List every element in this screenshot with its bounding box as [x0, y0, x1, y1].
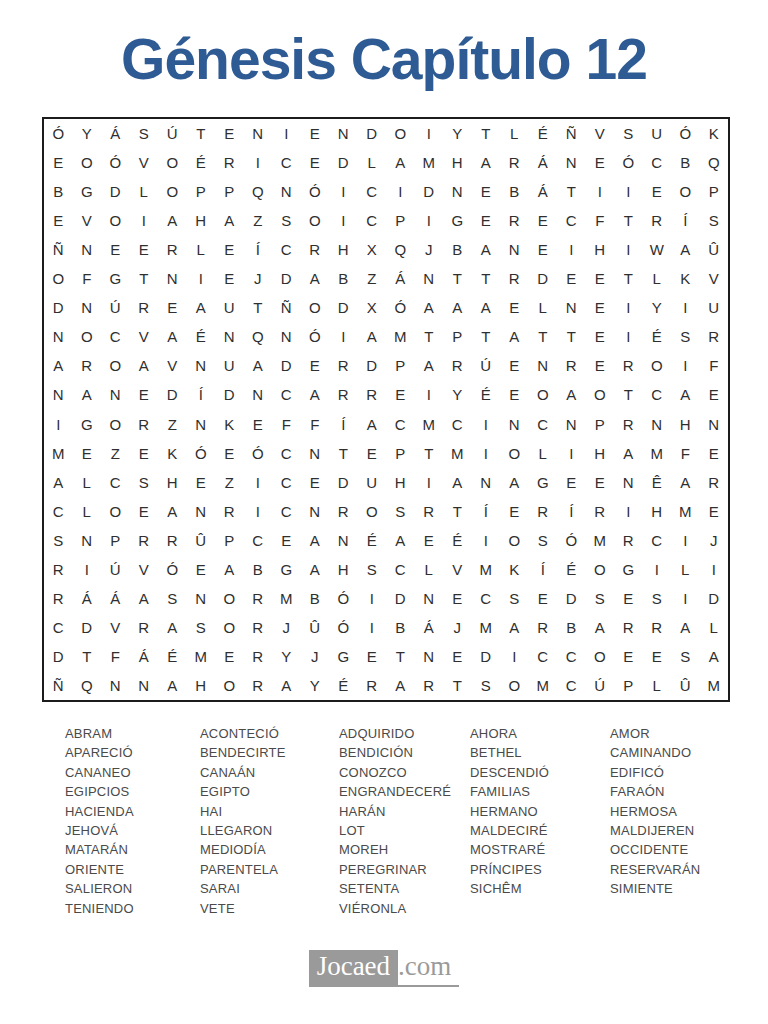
- grid-cell-r9c21[interactable]: R: [614, 351, 643, 380]
- grid-cell-r4c11[interactable]: I: [329, 206, 358, 235]
- grid-cell-r8c14[interactable]: T: [415, 322, 444, 351]
- grid-cell-r3c16[interactable]: E: [472, 177, 501, 206]
- grid-cell-r17c21[interactable]: E: [614, 584, 643, 613]
- grid-cell-r15c2[interactable]: N: [73, 526, 102, 555]
- grid-cell-r11c10[interactable]: F: [301, 409, 330, 438]
- grid-cell-r10c21[interactable]: T: [614, 380, 643, 409]
- grid-cell-r9c19[interactable]: R: [557, 351, 586, 380]
- grid-cell-r12c8[interactable]: Ó: [244, 439, 273, 468]
- grid-cell-r19c6[interactable]: M: [187, 642, 216, 671]
- grid-cell-r13c4[interactable]: S: [130, 468, 159, 497]
- grid-cell-r5c13[interactable]: Q: [386, 235, 415, 264]
- grid-cell-r18c10[interactable]: Û: [301, 613, 330, 642]
- grid-cell-r6c4[interactable]: T: [130, 264, 159, 293]
- grid-cell-r15c20[interactable]: M: [586, 526, 615, 555]
- grid-cell-r18c15[interactable]: J: [443, 613, 472, 642]
- grid-cell-r17c9[interactable]: M: [272, 584, 301, 613]
- grid-cell-r4c5[interactable]: A: [158, 206, 187, 235]
- grid-cell-r18c18[interactable]: R: [529, 613, 558, 642]
- grid-cell-r3c12[interactable]: C: [358, 177, 387, 206]
- grid-cell-r8c8[interactable]: Q: [244, 322, 273, 351]
- grid-cell-r2c9[interactable]: C: [272, 148, 301, 177]
- grid-cell-r2c18[interactable]: Á: [529, 148, 558, 177]
- grid-cell-r18c14[interactable]: Á: [415, 613, 444, 642]
- grid-cell-r20c4[interactable]: N: [130, 671, 159, 700]
- grid-cell-r6c18[interactable]: D: [529, 264, 558, 293]
- grid-cell-r8c6[interactable]: É: [187, 322, 216, 351]
- grid-cell-r8c2[interactable]: O: [73, 322, 102, 351]
- grid-cell-r19c13[interactable]: T: [386, 642, 415, 671]
- grid-cell-r6c12[interactable]: Z: [358, 264, 387, 293]
- grid-cell-r14c19[interactable]: Í: [557, 497, 586, 526]
- grid-cell-r4c13[interactable]: P: [386, 206, 415, 235]
- grid-cell-r1c22[interactable]: U: [643, 119, 672, 148]
- grid-cell-r5c6[interactable]: L: [187, 235, 216, 264]
- grid-cell-r18c2[interactable]: D: [73, 613, 102, 642]
- grid-cell-r4c12[interactable]: C: [358, 206, 387, 235]
- grid-cell-r14c16[interactable]: Í: [472, 497, 501, 526]
- grid-cell-r7c6[interactable]: A: [187, 293, 216, 322]
- grid-cell-r18c20[interactable]: A: [586, 613, 615, 642]
- grid-cell-r10c18[interactable]: O: [529, 380, 558, 409]
- grid-cell-r2c22[interactable]: C: [643, 148, 672, 177]
- grid-cell-r10c3[interactable]: N: [101, 380, 130, 409]
- grid-cell-r4c23[interactable]: Í: [671, 206, 700, 235]
- grid-cell-r3c7[interactable]: P: [215, 177, 244, 206]
- grid-cell-r13c12[interactable]: U: [358, 468, 387, 497]
- grid-cell-r12c6[interactable]: Ó: [187, 439, 216, 468]
- grid-cell-r4c14[interactable]: I: [415, 206, 444, 235]
- grid-cell-r13c13[interactable]: H: [386, 468, 415, 497]
- grid-cell-r4c7[interactable]: A: [215, 206, 244, 235]
- grid-cell-r14c24[interactable]: E: [700, 497, 729, 526]
- grid-cell-r1c20[interactable]: V: [586, 119, 615, 148]
- grid-cell-r19c12[interactable]: E: [358, 642, 387, 671]
- grid-cell-r1c6[interactable]: T: [187, 119, 216, 148]
- grid-cell-r20c1[interactable]: Ñ: [44, 671, 73, 700]
- grid-cell-r11c14[interactable]: M: [415, 409, 444, 438]
- grid-cell-r16c5[interactable]: Ó: [158, 555, 187, 584]
- grid-cell-r15c10[interactable]: A: [301, 526, 330, 555]
- grid-cell-r14c5[interactable]: A: [158, 497, 187, 526]
- grid-cell-r5c14[interactable]: J: [415, 235, 444, 264]
- grid-cell-r8c10[interactable]: Ó: [301, 322, 330, 351]
- grid-cell-r14c18[interactable]: R: [529, 497, 558, 526]
- grid-cell-r7c19[interactable]: N: [557, 293, 586, 322]
- grid-cell-r2c15[interactable]: H: [443, 148, 472, 177]
- grid-cell-r15c13[interactable]: A: [386, 526, 415, 555]
- grid-cell-r14c3[interactable]: O: [101, 497, 130, 526]
- grid-cell-r13c5[interactable]: H: [158, 468, 187, 497]
- grid-cell-r17c20[interactable]: S: [586, 584, 615, 613]
- grid-cell-r12c3[interactable]: Z: [101, 439, 130, 468]
- grid-cell-r19c20[interactable]: O: [586, 642, 615, 671]
- grid-cell-r13c24[interactable]: R: [700, 468, 729, 497]
- grid-cell-r1c3[interactable]: Á: [101, 119, 130, 148]
- grid-cell-r20c15[interactable]: T: [443, 671, 472, 700]
- grid-cell-r19c4[interactable]: Á: [130, 642, 159, 671]
- grid-cell-r13c16[interactable]: N: [472, 468, 501, 497]
- grid-cell-r1c18[interactable]: É: [529, 119, 558, 148]
- grid-cell-r12c23[interactable]: F: [671, 439, 700, 468]
- grid-cell-r9c15[interactable]: R: [443, 351, 472, 380]
- grid-cell-r11c20[interactable]: P: [586, 409, 615, 438]
- grid-cell-r12c13[interactable]: P: [386, 439, 415, 468]
- grid-cell-r19c22[interactable]: E: [643, 642, 672, 671]
- grid-cell-r13c14[interactable]: I: [415, 468, 444, 497]
- grid-cell-r3c11[interactable]: I: [329, 177, 358, 206]
- grid-cell-r4c20[interactable]: F: [586, 206, 615, 235]
- grid-cell-r17c12[interactable]: I: [358, 584, 387, 613]
- grid-cell-r9c10[interactable]: E: [301, 351, 330, 380]
- grid-cell-r8c12[interactable]: A: [358, 322, 387, 351]
- grid-cell-r14c8[interactable]: I: [244, 497, 273, 526]
- grid-cell-r9c12[interactable]: D: [358, 351, 387, 380]
- grid-cell-r11c23[interactable]: H: [671, 409, 700, 438]
- grid-cell-r18c5[interactable]: A: [158, 613, 187, 642]
- grid-cell-r2c23[interactable]: B: [671, 148, 700, 177]
- grid-cell-r7c22[interactable]: Y: [643, 293, 672, 322]
- grid-cell-r15c6[interactable]: Û: [187, 526, 216, 555]
- grid-cell-r6c9[interactable]: D: [272, 264, 301, 293]
- grid-cell-r16c19[interactable]: É: [557, 555, 586, 584]
- grid-cell-r5c24[interactable]: Û: [700, 235, 729, 264]
- grid-cell-r16c23[interactable]: L: [671, 555, 700, 584]
- grid-cell-r13c17[interactable]: A: [500, 468, 529, 497]
- grid-cell-r19c21[interactable]: E: [614, 642, 643, 671]
- grid-cell-r4c22[interactable]: R: [643, 206, 672, 235]
- grid-cell-r16c10[interactable]: A: [301, 555, 330, 584]
- grid-cell-r10c24[interactable]: E: [700, 380, 729, 409]
- grid-cell-r7c4[interactable]: R: [130, 293, 159, 322]
- grid-cell-r8c16[interactable]: T: [472, 322, 501, 351]
- grid-cell-r6c10[interactable]: A: [301, 264, 330, 293]
- grid-cell-r4c1[interactable]: E: [44, 206, 73, 235]
- grid-cell-r13c9[interactable]: C: [272, 468, 301, 497]
- grid-cell-r4c8[interactable]: Z: [244, 206, 273, 235]
- grid-cell-r6c3[interactable]: G: [101, 264, 130, 293]
- grid-cell-r3c14[interactable]: D: [415, 177, 444, 206]
- grid-cell-r3c9[interactable]: N: [272, 177, 301, 206]
- grid-cell-r15c5[interactable]: R: [158, 526, 187, 555]
- grid-cell-r20c12[interactable]: R: [358, 671, 387, 700]
- grid-cell-r9c17[interactable]: E: [500, 351, 529, 380]
- grid-cell-r2c4[interactable]: V: [130, 148, 159, 177]
- grid-cell-r4c10[interactable]: O: [301, 206, 330, 235]
- grid-cell-r15c11[interactable]: N: [329, 526, 358, 555]
- grid-cell-r2c5[interactable]: O: [158, 148, 187, 177]
- grid-cell-r9c24[interactable]: F: [700, 351, 729, 380]
- grid-cell-r12c4[interactable]: E: [130, 439, 159, 468]
- grid-cell-r20c23[interactable]: Û: [671, 671, 700, 700]
- grid-cell-r15c23[interactable]: I: [671, 526, 700, 555]
- grid-cell-r12c24[interactable]: E: [700, 439, 729, 468]
- grid-cell-r8c19[interactable]: T: [557, 322, 586, 351]
- grid-cell-r18c7[interactable]: O: [215, 613, 244, 642]
- grid-cell-r7c14[interactable]: A: [415, 293, 444, 322]
- grid-cell-r2c11[interactable]: D: [329, 148, 358, 177]
- grid-cell-r3c5[interactable]: O: [158, 177, 187, 206]
- grid-cell-r5c23[interactable]: A: [671, 235, 700, 264]
- grid-cell-r7c9[interactable]: Ñ: [272, 293, 301, 322]
- grid-cell-r8c7[interactable]: N: [215, 322, 244, 351]
- grid-cell-r1c12[interactable]: D: [358, 119, 387, 148]
- grid-cell-r20c24[interactable]: M: [700, 671, 729, 700]
- grid-cell-r11c19[interactable]: N: [557, 409, 586, 438]
- grid-cell-r11c3[interactable]: O: [101, 409, 130, 438]
- grid-cell-r9c18[interactable]: N: [529, 351, 558, 380]
- grid-cell-r2c3[interactable]: Ó: [101, 148, 130, 177]
- grid-cell-r13c21[interactable]: N: [614, 468, 643, 497]
- grid-cell-r15c21[interactable]: R: [614, 526, 643, 555]
- grid-cell-r9c14[interactable]: A: [415, 351, 444, 380]
- grid-cell-r8c13[interactable]: M: [386, 322, 415, 351]
- grid-cell-r1c7[interactable]: E: [215, 119, 244, 148]
- grid-cell-r3c19[interactable]: T: [557, 177, 586, 206]
- grid-cell-r16c18[interactable]: Í: [529, 555, 558, 584]
- grid-cell-r4c17[interactable]: R: [500, 206, 529, 235]
- grid-cell-r16c12[interactable]: S: [358, 555, 387, 584]
- grid-cell-r10c8[interactable]: N: [244, 380, 273, 409]
- grid-cell-r14c9[interactable]: C: [272, 497, 301, 526]
- grid-cell-r7c16[interactable]: A: [472, 293, 501, 322]
- grid-cell-r19c7[interactable]: E: [215, 642, 244, 671]
- grid-cell-r10c5[interactable]: D: [158, 380, 187, 409]
- grid-cell-r2c7[interactable]: R: [215, 148, 244, 177]
- grid-cell-r11c9[interactable]: F: [272, 409, 301, 438]
- grid-cell-r18c19[interactable]: B: [557, 613, 586, 642]
- grid-cell-r6c6[interactable]: I: [187, 264, 216, 293]
- grid-cell-r20c17[interactable]: O: [500, 671, 529, 700]
- grid-cell-r1c8[interactable]: N: [244, 119, 273, 148]
- grid-cell-r6c15[interactable]: T: [443, 264, 472, 293]
- grid-cell-r3c10[interactable]: Ó: [301, 177, 330, 206]
- grid-cell-r7c15[interactable]: A: [443, 293, 472, 322]
- grid-cell-r2c13[interactable]: A: [386, 148, 415, 177]
- grid-cell-r4c2[interactable]: V: [73, 206, 102, 235]
- grid-cell-r19c1[interactable]: D: [44, 642, 73, 671]
- grid-cell-r13c19[interactable]: E: [557, 468, 586, 497]
- grid-cell-r6c24[interactable]: V: [700, 264, 729, 293]
- grid-cell-r6c20[interactable]: E: [586, 264, 615, 293]
- grid-cell-r12c18[interactable]: L: [529, 439, 558, 468]
- grid-cell-r13c3[interactable]: C: [101, 468, 130, 497]
- grid-cell-r4c16[interactable]: E: [472, 206, 501, 235]
- grid-cell-r7c1[interactable]: D: [44, 293, 73, 322]
- grid-cell-r5c22[interactable]: W: [643, 235, 672, 264]
- grid-cell-r18c12[interactable]: I: [358, 613, 387, 642]
- grid-cell-r16c11[interactable]: H: [329, 555, 358, 584]
- grid-cell-r5c2[interactable]: N: [73, 235, 102, 264]
- grid-cell-r5c15[interactable]: B: [443, 235, 472, 264]
- grid-cell-r17c10[interactable]: B: [301, 584, 330, 613]
- grid-cell-r7c3[interactable]: Ú: [101, 293, 130, 322]
- grid-cell-r7c8[interactable]: T: [244, 293, 273, 322]
- grid-cell-r19c11[interactable]: G: [329, 642, 358, 671]
- grid-cell-r13c18[interactable]: G: [529, 468, 558, 497]
- grid-cell-r19c10[interactable]: J: [301, 642, 330, 671]
- grid-cell-r1c1[interactable]: Ó: [44, 119, 73, 148]
- grid-cell-r8c5[interactable]: A: [158, 322, 187, 351]
- grid-cell-r7c20[interactable]: E: [586, 293, 615, 322]
- grid-cell-r9c20[interactable]: E: [586, 351, 615, 380]
- grid-cell-r4c15[interactable]: G: [443, 206, 472, 235]
- grid-cell-r7c18[interactable]: L: [529, 293, 558, 322]
- grid-cell-r5c21[interactable]: I: [614, 235, 643, 264]
- grid-cell-r8c17[interactable]: A: [500, 322, 529, 351]
- grid-cell-r12c20[interactable]: H: [586, 439, 615, 468]
- grid-cell-r7c13[interactable]: Ó: [386, 293, 415, 322]
- grid-cell-r8c1[interactable]: N: [44, 322, 73, 351]
- grid-cell-r9c9[interactable]: D: [272, 351, 301, 380]
- grid-cell-r10c7[interactable]: D: [215, 380, 244, 409]
- grid-cell-r11c17[interactable]: N: [500, 409, 529, 438]
- grid-cell-r16c15[interactable]: V: [443, 555, 472, 584]
- grid-cell-r17c6[interactable]: N: [187, 584, 216, 613]
- grid-cell-r16c8[interactable]: B: [244, 555, 273, 584]
- grid-cell-r7c10[interactable]: O: [301, 293, 330, 322]
- grid-cell-r3c15[interactable]: N: [443, 177, 472, 206]
- grid-cell-r3c13[interactable]: I: [386, 177, 415, 206]
- grid-cell-r3c3[interactable]: D: [101, 177, 130, 206]
- grid-cell-r10c11[interactable]: R: [329, 380, 358, 409]
- grid-cell-r7c5[interactable]: E: [158, 293, 187, 322]
- grid-cell-r17c24[interactable]: D: [700, 584, 729, 613]
- site-logo[interactable]: Jocaed.com: [309, 950, 460, 987]
- grid-cell-r3c6[interactable]: P: [187, 177, 216, 206]
- grid-cell-r14c23[interactable]: M: [671, 497, 700, 526]
- grid-cell-r10c9[interactable]: C: [272, 380, 301, 409]
- grid-cell-r17c23[interactable]: I: [671, 584, 700, 613]
- grid-cell-r7c24[interactable]: U: [700, 293, 729, 322]
- grid-cell-r6c13[interactable]: Á: [386, 264, 415, 293]
- grid-cell-r7c11[interactable]: D: [329, 293, 358, 322]
- grid-cell-r17c1[interactable]: R: [44, 584, 73, 613]
- grid-cell-r2c10[interactable]: E: [301, 148, 330, 177]
- grid-cell-r16c17[interactable]: K: [500, 555, 529, 584]
- grid-cell-r11c15[interactable]: C: [443, 409, 472, 438]
- grid-cell-r8c20[interactable]: E: [586, 322, 615, 351]
- grid-cell-r16c16[interactable]: M: [472, 555, 501, 584]
- grid-cell-r18c23[interactable]: A: [671, 613, 700, 642]
- grid-cell-r15c1[interactable]: S: [44, 526, 73, 555]
- grid-cell-r3c24[interactable]: P: [700, 177, 729, 206]
- grid-cell-r5c5[interactable]: R: [158, 235, 187, 264]
- grid-cell-r20c16[interactable]: S: [472, 671, 501, 700]
- grid-cell-r19c2[interactable]: T: [73, 642, 102, 671]
- grid-cell-r18c17[interactable]: A: [500, 613, 529, 642]
- grid-cell-r15c18[interactable]: S: [529, 526, 558, 555]
- grid-cell-r15c3[interactable]: P: [101, 526, 130, 555]
- grid-cell-r11c16[interactable]: I: [472, 409, 501, 438]
- grid-cell-r3c4[interactable]: L: [130, 177, 159, 206]
- grid-cell-r6c17[interactable]: R: [500, 264, 529, 293]
- grid-cell-r14c13[interactable]: S: [386, 497, 415, 526]
- grid-cell-r6c11[interactable]: B: [329, 264, 358, 293]
- grid-cell-r8c3[interactable]: C: [101, 322, 130, 351]
- grid-cell-r14c20[interactable]: R: [586, 497, 615, 526]
- grid-cell-r14c2[interactable]: L: [73, 497, 102, 526]
- grid-cell-r3c21[interactable]: I: [614, 177, 643, 206]
- grid-cell-r15c7[interactable]: P: [215, 526, 244, 555]
- grid-cell-r19c23[interactable]: S: [671, 642, 700, 671]
- grid-cell-r11c12[interactable]: A: [358, 409, 387, 438]
- grid-cell-r11c7[interactable]: K: [215, 409, 244, 438]
- grid-cell-r6c14[interactable]: N: [415, 264, 444, 293]
- grid-cell-r16c24[interactable]: I: [700, 555, 729, 584]
- grid-cell-r18c8[interactable]: R: [244, 613, 273, 642]
- grid-cell-r16c9[interactable]: G: [272, 555, 301, 584]
- grid-cell-r18c16[interactable]: M: [472, 613, 501, 642]
- grid-cell-r14c11[interactable]: R: [329, 497, 358, 526]
- grid-cell-r17c16[interactable]: C: [472, 584, 501, 613]
- grid-cell-r6c7[interactable]: E: [215, 264, 244, 293]
- grid-cell-r7c17[interactable]: E: [500, 293, 529, 322]
- grid-cell-r5c1[interactable]: Ñ: [44, 235, 73, 264]
- grid-cell-r14c4[interactable]: E: [130, 497, 159, 526]
- grid-cell-r16c4[interactable]: V: [130, 555, 159, 584]
- grid-cell-r12c16[interactable]: I: [472, 439, 501, 468]
- grid-cell-r20c21[interactable]: P: [614, 671, 643, 700]
- grid-cell-r17c19[interactable]: D: [557, 584, 586, 613]
- grid-cell-r17c2[interactable]: Á: [73, 584, 102, 613]
- grid-cell-r15c14[interactable]: E: [415, 526, 444, 555]
- grid-cell-r12c11[interactable]: T: [329, 439, 358, 468]
- grid-cell-r4c9[interactable]: S: [272, 206, 301, 235]
- grid-cell-r12c9[interactable]: C: [272, 439, 301, 468]
- grid-cell-r13c23[interactable]: A: [671, 468, 700, 497]
- grid-cell-r1c17[interactable]: L: [500, 119, 529, 148]
- grid-cell-r12c10[interactable]: N: [301, 439, 330, 468]
- grid-cell-r14c6[interactable]: N: [187, 497, 216, 526]
- grid-cell-r2c6[interactable]: É: [187, 148, 216, 177]
- grid-cell-r9c2[interactable]: R: [73, 351, 102, 380]
- grid-cell-r6c1[interactable]: O: [44, 264, 73, 293]
- grid-cell-r13c7[interactable]: Z: [215, 468, 244, 497]
- grid-cell-r4c21[interactable]: T: [614, 206, 643, 235]
- grid-cell-r14c22[interactable]: H: [643, 497, 672, 526]
- grid-cell-r3c1[interactable]: B: [44, 177, 73, 206]
- grid-cell-r20c9[interactable]: A: [272, 671, 301, 700]
- grid-cell-r12c7[interactable]: E: [215, 439, 244, 468]
- grid-cell-r9c13[interactable]: P: [386, 351, 415, 380]
- grid-cell-r13c1[interactable]: A: [44, 468, 73, 497]
- grid-cell-r5c3[interactable]: E: [101, 235, 130, 264]
- grid-cell-r10c1[interactable]: N: [44, 380, 73, 409]
- grid-cell-r9c23[interactable]: I: [671, 351, 700, 380]
- grid-cell-r4c4[interactable]: I: [130, 206, 159, 235]
- grid-cell-r17c13[interactable]: D: [386, 584, 415, 613]
- grid-cell-r16c13[interactable]: C: [386, 555, 415, 584]
- grid-cell-r2c16[interactable]: A: [472, 148, 501, 177]
- grid-cell-r19c5[interactable]: É: [158, 642, 187, 671]
- grid-cell-r10c10[interactable]: A: [301, 380, 330, 409]
- grid-cell-r18c9[interactable]: J: [272, 613, 301, 642]
- grid-cell-r8c11[interactable]: I: [329, 322, 358, 351]
- grid-cell-r19c24[interactable]: A: [700, 642, 729, 671]
- grid-cell-r7c21[interactable]: I: [614, 293, 643, 322]
- grid-cell-r16c22[interactable]: I: [643, 555, 672, 584]
- grid-cell-r11c21[interactable]: R: [614, 409, 643, 438]
- grid-cell-r18c13[interactable]: B: [386, 613, 415, 642]
- grid-cell-r19c15[interactable]: E: [443, 642, 472, 671]
- grid-cell-r3c22[interactable]: E: [643, 177, 672, 206]
- grid-cell-r11c24[interactable]: N: [700, 409, 729, 438]
- grid-cell-r7c2[interactable]: N: [73, 293, 102, 322]
- grid-cell-r6c21[interactable]: T: [614, 264, 643, 293]
- grid-cell-r2c20[interactable]: E: [586, 148, 615, 177]
- grid-cell-r17c11[interactable]: Ó: [329, 584, 358, 613]
